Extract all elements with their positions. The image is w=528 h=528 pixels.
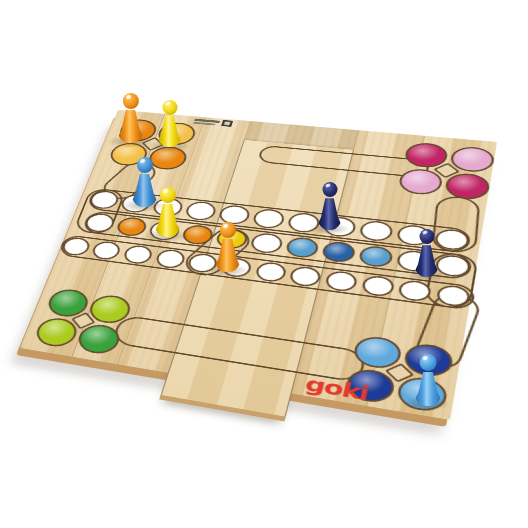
- pawn-navy-b[interactable]: [414, 229, 439, 277]
- track-circle-row3-9[interactable]: [324, 270, 359, 293]
- home-circle-blue-1-light[interactable]: [351, 334, 403, 371]
- pawn-body: [214, 239, 241, 272]
- track-circle-row1-9[interactable]: [358, 220, 394, 243]
- pawn-body: [117, 110, 144, 143]
- track-circle-row2-1[interactable]: [82, 212, 116, 233]
- track-circle-row1-4[interactable]: [183, 200, 218, 221]
- track-circle-row2-9-light-blue[interactable]: [358, 245, 395, 269]
- track-circle-row3-11[interactable]: [398, 279, 433, 303]
- pawn-yellow-b[interactable]: [154, 187, 181, 237]
- track-circle-row2-6[interactable]: [249, 232, 285, 255]
- home-circle-pink-2-light[interactable]: [449, 146, 496, 174]
- pawn-head: [136, 157, 152, 173]
- pawn-body: [414, 245, 439, 277]
- track-circle-row3-3[interactable]: [122, 244, 155, 265]
- pawn-orange-a[interactable]: [117, 93, 144, 143]
- pawn-head: [419, 229, 434, 244]
- track-circle-row3-12[interactable]: [436, 284, 472, 308]
- home-circle-pink-1-dark[interactable]: [403, 142, 449, 169]
- home-area-pink: [397, 142, 496, 201]
- quality-stamp: [193, 118, 233, 127]
- pawn-navy-a[interactable]: [317, 182, 342, 230]
- track-circle-row3-8[interactable]: [289, 265, 323, 288]
- pawn-orange-b[interactable]: [214, 222, 241, 272]
- pawn-body: [154, 204, 181, 237]
- pawn-body: [414, 372, 442, 406]
- home-circle-pink-3-light[interactable]: [397, 168, 444, 197]
- board-photo: goki: [0, 0, 528, 528]
- pawn-head: [122, 93, 138, 109]
- pawn-lightblue-a[interactable]: [414, 354, 442, 406]
- track-circle-row3-2[interactable]: [90, 240, 123, 261]
- pawn-head: [219, 222, 235, 238]
- track-circle-row3-10[interactable]: [360, 274, 395, 297]
- pawn-head: [420, 354, 437, 371]
- track-circle-row3-1[interactable]: [60, 236, 92, 256]
- pawn-head: [162, 100, 177, 115]
- track-circle-row1-11[interactable]: [434, 228, 471, 252]
- track-circle-row2-8-dark-blue[interactable]: [321, 240, 357, 264]
- track-circle-row1-1[interactable]: [87, 190, 121, 210]
- home-circle-pink-4-dark[interactable]: [444, 172, 492, 201]
- pawn-head: [159, 187, 175, 203]
- pawn-yellow-a[interactable]: [157, 100, 182, 147]
- track-circle-row2-7-light-blue[interactable]: [284, 236, 320, 259]
- track-circle-row1-6[interactable]: [251, 208, 286, 230]
- track-circle-row3-4[interactable]: [154, 248, 187, 269]
- track-circle-row3-7[interactable]: [254, 261, 288, 283]
- pawn-body: [317, 198, 342, 230]
- pawn-body: [157, 116, 182, 147]
- pawn-head: [322, 182, 337, 197]
